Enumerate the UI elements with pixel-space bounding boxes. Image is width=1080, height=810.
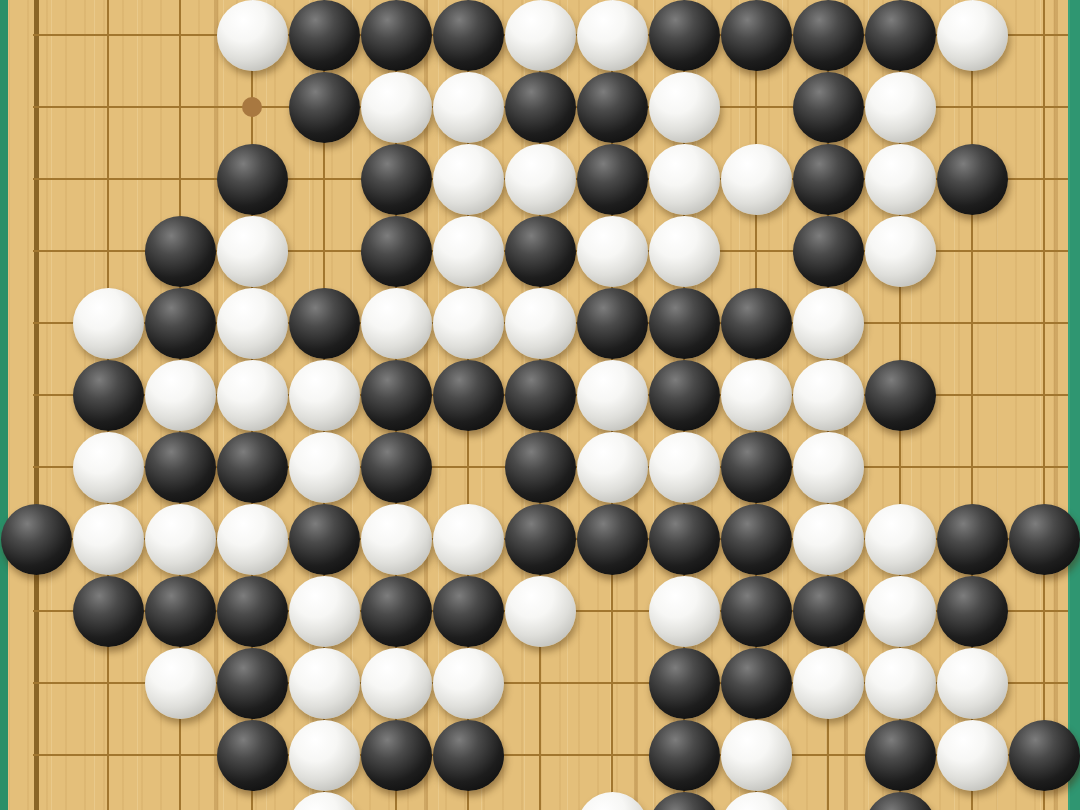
white-stone: [433, 144, 504, 215]
white-stone: [577, 0, 648, 71]
white-stone: [937, 648, 1008, 719]
black-stone: [793, 0, 864, 71]
white-stone: [649, 216, 720, 287]
black-stone: [649, 720, 720, 791]
white-stone: [433, 648, 504, 719]
black-stone: [865, 0, 936, 71]
white-stone: [433, 504, 504, 575]
white-stone: [289, 792, 360, 810]
white-stone: [217, 216, 288, 287]
white-stone: [721, 360, 792, 431]
white-stone: [649, 576, 720, 647]
white-stone: [649, 72, 720, 143]
white-stone: [505, 0, 576, 71]
white-stone: [577, 360, 648, 431]
black-stone: [865, 792, 936, 810]
black-stone: [289, 72, 360, 143]
white-stone: [145, 648, 216, 719]
black-stone: [577, 72, 648, 143]
black-stone: [217, 720, 288, 791]
board-edge-line: [34, 0, 39, 810]
black-stone: [721, 504, 792, 575]
black-stone: [73, 360, 144, 431]
black-stone: [289, 0, 360, 71]
white-stone: [793, 288, 864, 359]
white-stone: [793, 504, 864, 575]
white-stone: [361, 504, 432, 575]
white-stone: [73, 432, 144, 503]
black-stone: [721, 648, 792, 719]
black-stone: [433, 720, 504, 791]
white-stone: [721, 144, 792, 215]
black-stone: [721, 288, 792, 359]
white-stone: [145, 360, 216, 431]
black-stone: [145, 432, 216, 503]
black-stone: [361, 0, 432, 71]
white-stone: [937, 0, 1008, 71]
board-layer: [0, 0, 1080, 810]
black-stone: [217, 144, 288, 215]
black-stone: [577, 504, 648, 575]
black-stone: [433, 576, 504, 647]
black-stone: [217, 576, 288, 647]
white-stone: [217, 504, 288, 575]
black-stone: [505, 72, 576, 143]
white-stone: [577, 216, 648, 287]
white-stone: [289, 576, 360, 647]
white-stone: [865, 216, 936, 287]
white-stone: [649, 432, 720, 503]
black-stone: [649, 0, 720, 71]
white-stone: [433, 216, 504, 287]
black-stone: [793, 576, 864, 647]
black-stone: [577, 288, 648, 359]
grid-line-vertical: [1043, 0, 1045, 810]
white-stone: [937, 720, 1008, 791]
black-stone: [649, 288, 720, 359]
white-stone: [505, 288, 576, 359]
white-stone: [865, 504, 936, 575]
black-stone: [793, 144, 864, 215]
black-stone: [361, 576, 432, 647]
white-stone: [217, 0, 288, 71]
black-stone: [721, 0, 792, 71]
white-stone: [793, 360, 864, 431]
white-stone: [505, 576, 576, 647]
white-stone: [865, 576, 936, 647]
star-point: [242, 97, 262, 117]
black-stone: [649, 648, 720, 719]
black-stone: [433, 360, 504, 431]
black-stone: [361, 432, 432, 503]
white-stone: [721, 792, 792, 810]
white-stone: [289, 432, 360, 503]
black-stone: [289, 504, 360, 575]
black-stone: [289, 288, 360, 359]
white-stone: [289, 720, 360, 791]
black-stone: [793, 216, 864, 287]
white-stone: [577, 792, 648, 810]
black-stone: [361, 360, 432, 431]
black-stone: [73, 576, 144, 647]
white-stone: [73, 288, 144, 359]
black-stone: [433, 0, 504, 71]
black-stone: [361, 720, 432, 791]
white-stone: [289, 360, 360, 431]
black-stone: [793, 72, 864, 143]
black-stone: [145, 576, 216, 647]
black-stone: [937, 144, 1008, 215]
white-stone: [361, 288, 432, 359]
black-stone: [1, 504, 72, 575]
black-stone: [361, 144, 432, 215]
black-stone: [649, 360, 720, 431]
white-stone: [361, 648, 432, 719]
white-stone: [865, 648, 936, 719]
white-stone: [217, 360, 288, 431]
black-stone: [145, 216, 216, 287]
black-stone: [505, 504, 576, 575]
black-stone: [505, 360, 576, 431]
white-stone: [649, 144, 720, 215]
black-stone: [217, 648, 288, 719]
black-stone: [721, 576, 792, 647]
white-stone: [577, 432, 648, 503]
black-stone: [505, 216, 576, 287]
black-stone: [865, 720, 936, 791]
white-stone: [73, 504, 144, 575]
black-stone: [649, 792, 720, 810]
black-stone: [937, 576, 1008, 647]
black-stone: [577, 144, 648, 215]
black-stone: [865, 360, 936, 431]
black-stone: [361, 216, 432, 287]
black-stone: [145, 288, 216, 359]
white-stone: [361, 72, 432, 143]
white-stone: [793, 648, 864, 719]
white-stone: [145, 504, 216, 575]
black-stone: [217, 432, 288, 503]
black-stone: [937, 504, 1008, 575]
black-stone: [649, 504, 720, 575]
go-app-screenshot: [0, 0, 1080, 810]
black-stone: [1009, 504, 1080, 575]
white-stone: [433, 72, 504, 143]
black-stone: [505, 432, 576, 503]
white-stone: [433, 288, 504, 359]
white-stone: [721, 720, 792, 791]
black-stone: [1009, 720, 1080, 791]
white-stone: [865, 72, 936, 143]
black-stone: [721, 432, 792, 503]
white-stone: [793, 432, 864, 503]
white-stone: [217, 288, 288, 359]
white-stone: [505, 144, 576, 215]
white-stone: [865, 144, 936, 215]
white-stone: [289, 648, 360, 719]
